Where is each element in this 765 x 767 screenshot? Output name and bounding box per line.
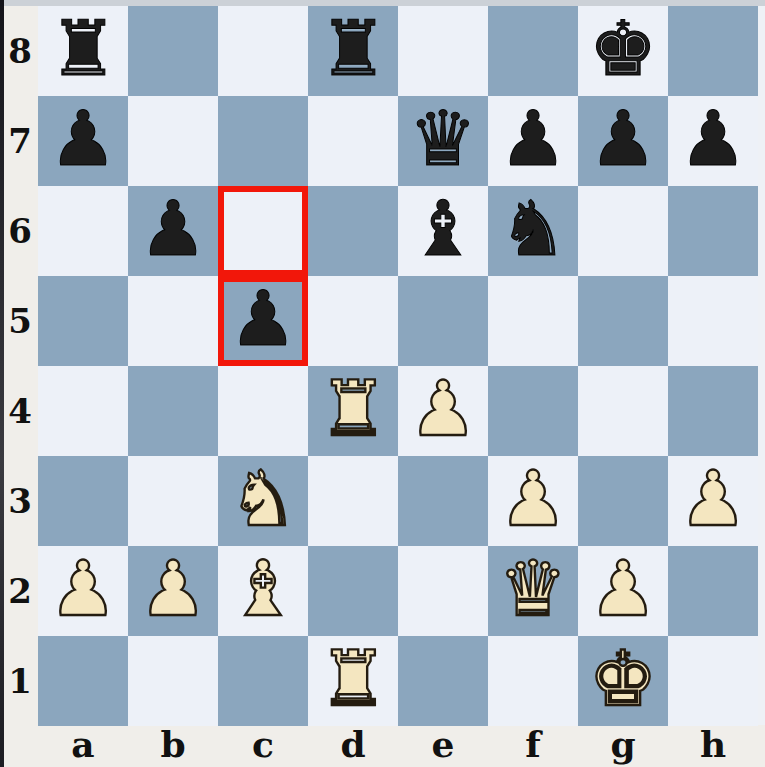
rank-label-4: 4 [8, 391, 32, 431]
square-b1[interactable] [128, 636, 218, 726]
file-label-d: d [340, 723, 365, 765]
piece-white-king[interactable]: ♚ [589, 641, 657, 717]
square-g8[interactable]: ♚ [578, 6, 668, 96]
piece-white-pawn[interactable]: ♟ [409, 371, 477, 447]
square-h1[interactable] [668, 636, 758, 726]
square-c3[interactable]: ♞ [218, 456, 308, 546]
square-g4[interactable] [578, 366, 668, 456]
square-f5[interactable] [488, 276, 578, 366]
rank-label-8: 8 [8, 31, 32, 71]
square-c6[interactable] [218, 186, 308, 276]
square-b2[interactable]: ♟ [128, 546, 218, 636]
square-c7[interactable] [218, 96, 308, 186]
chess-board: ♜♜♚♟♛♟♟♟♟♝♞♟♜♟♞♟♟♟♟♝♛♟♜♚ [38, 6, 758, 726]
square-d3[interactable] [308, 456, 398, 546]
square-f1[interactable] [488, 636, 578, 726]
square-f4[interactable] [488, 366, 578, 456]
piece-white-pawn[interactable]: ♟ [589, 551, 657, 627]
square-g1[interactable]: ♚ [578, 636, 668, 726]
square-a6[interactable] [38, 186, 128, 276]
rank-label-7: 7 [8, 121, 32, 161]
piece-white-queen[interactable]: ♛ [499, 551, 567, 627]
file-label-f: f [525, 723, 541, 765]
piece-black-rook[interactable]: ♜ [319, 11, 387, 87]
piece-white-knight[interactable]: ♞ [229, 461, 297, 537]
square-h3[interactable]: ♟ [668, 456, 758, 546]
piece-black-pawn[interactable]: ♟ [499, 101, 567, 177]
square-b6[interactable]: ♟ [128, 186, 218, 276]
square-b7[interactable] [128, 96, 218, 186]
square-h4[interactable] [668, 366, 758, 456]
square-g5[interactable] [578, 276, 668, 366]
square-e2[interactable] [398, 546, 488, 636]
piece-black-pawn[interactable]: ♟ [589, 101, 657, 177]
square-h6[interactable] [668, 186, 758, 276]
file-label-b: b [160, 723, 185, 765]
piece-black-queen[interactable]: ♛ [409, 101, 477, 177]
piece-white-pawn[interactable]: ♟ [499, 461, 567, 537]
piece-black-knight[interactable]: ♞ [499, 191, 567, 267]
square-a8[interactable]: ♜ [38, 6, 128, 96]
square-d4[interactable]: ♜ [308, 366, 398, 456]
piece-black-pawn[interactable]: ♟ [139, 191, 207, 267]
square-h2[interactable] [668, 546, 758, 636]
square-e5[interactable] [398, 276, 488, 366]
piece-white-pawn[interactable]: ♟ [679, 461, 747, 537]
square-d1[interactable]: ♜ [308, 636, 398, 726]
square-g6[interactable] [578, 186, 668, 276]
square-c8[interactable] [218, 6, 308, 96]
square-e4[interactable]: ♟ [398, 366, 488, 456]
square-d8[interactable]: ♜ [308, 6, 398, 96]
square-d5[interactable] [308, 276, 398, 366]
piece-white-bishop[interactable]: ♝ [229, 551, 297, 627]
square-a3[interactable] [38, 456, 128, 546]
square-f2[interactable]: ♛ [488, 546, 578, 636]
square-b8[interactable] [128, 6, 218, 96]
file-label-h: h [700, 723, 726, 765]
board-right-edge [758, 6, 765, 725]
square-e3[interactable] [398, 456, 488, 546]
file-label-a: a [71, 723, 94, 765]
square-d6[interactable] [308, 186, 398, 276]
square-e6[interactable]: ♝ [398, 186, 488, 276]
square-c1[interactable] [218, 636, 308, 726]
piece-white-pawn[interactable]: ♟ [49, 551, 117, 627]
rank-label-1: 1 [8, 661, 32, 701]
piece-black-rook[interactable]: ♜ [49, 11, 117, 87]
piece-black-bishop[interactable]: ♝ [409, 191, 477, 267]
square-f8[interactable] [488, 6, 578, 96]
file-label-e: e [432, 723, 455, 765]
square-b4[interactable] [128, 366, 218, 456]
rank-label-2: 2 [8, 571, 32, 611]
rank-label-5: 5 [8, 301, 32, 341]
piece-black-king[interactable]: ♚ [589, 11, 657, 87]
square-b5[interactable] [128, 276, 218, 366]
square-f6[interactable]: ♞ [488, 186, 578, 276]
square-h5[interactable] [668, 276, 758, 366]
square-g7[interactable]: ♟ [578, 96, 668, 186]
square-a2[interactable]: ♟ [38, 546, 128, 636]
square-h8[interactable] [668, 6, 758, 96]
piece-white-pawn[interactable]: ♟ [139, 551, 207, 627]
square-a1[interactable] [38, 636, 128, 726]
square-c5[interactable]: ♟ [218, 276, 308, 366]
rank-label-6: 6 [8, 211, 32, 251]
square-a4[interactable] [38, 366, 128, 456]
piece-white-rook[interactable]: ♜ [319, 641, 387, 717]
square-c2[interactable]: ♝ [218, 546, 308, 636]
rank-label-3: 3 [8, 481, 32, 521]
square-g2[interactable]: ♟ [578, 546, 668, 636]
square-c4[interactable] [218, 366, 308, 456]
piece-black-pawn[interactable]: ♟ [679, 101, 747, 177]
square-d7[interactable] [308, 96, 398, 186]
file-label-c: c [252, 723, 274, 765]
chess-diagram: ♜♜♚♟♛♟♟♟♟♝♞♟♜♟♞♟♟♟♟♝♛♟♜♚ 87654321 abcdef… [0, 0, 765, 767]
square-b3[interactable] [128, 456, 218, 546]
square-d2[interactable] [308, 546, 398, 636]
piece-white-rook[interactable]: ♜ [319, 371, 387, 447]
board-left-edge [0, 0, 4, 767]
square-f3[interactable]: ♟ [488, 456, 578, 546]
square-e1[interactable] [398, 636, 488, 726]
file-label-g: g [610, 723, 635, 765]
piece-black-pawn[interactable]: ♟ [229, 281, 297, 357]
square-e7[interactable]: ♛ [398, 96, 488, 186]
square-h7[interactable]: ♟ [668, 96, 758, 186]
square-f7[interactable]: ♟ [488, 96, 578, 186]
square-g3[interactable] [578, 456, 668, 546]
square-a7[interactable]: ♟ [38, 96, 128, 186]
square-e8[interactable] [398, 6, 488, 96]
piece-black-pawn[interactable]: ♟ [49, 101, 117, 177]
square-a5[interactable] [38, 276, 128, 366]
